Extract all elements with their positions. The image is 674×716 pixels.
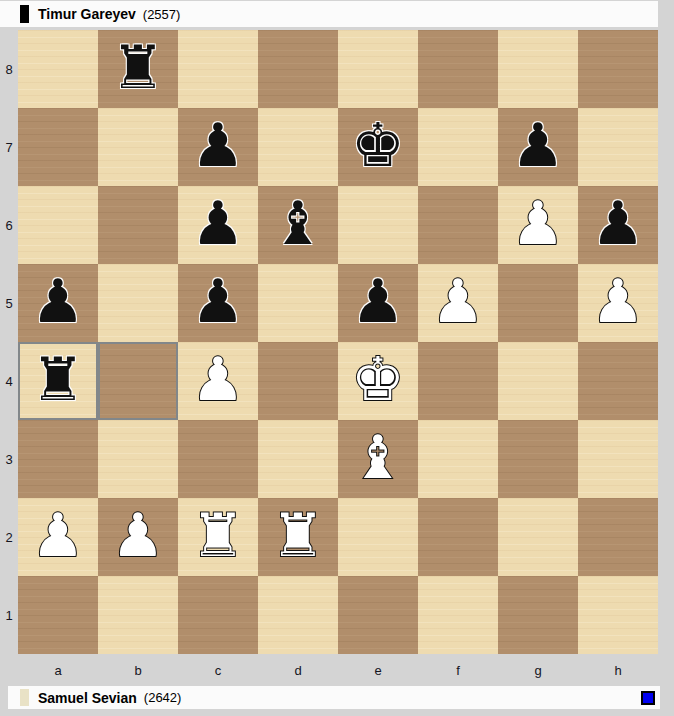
square-e1[interactable] xyxy=(338,576,418,654)
square-h7[interactable] xyxy=(578,108,658,186)
move-indicator xyxy=(641,691,655,705)
square-h2[interactable] xyxy=(578,498,658,576)
square-a5[interactable]: ♟ xyxy=(18,264,98,342)
file-label-a: a xyxy=(18,654,98,686)
rank-label-6: 6 xyxy=(0,186,18,264)
rank-labels: 87654321 xyxy=(0,30,18,654)
file-label-g: g xyxy=(498,654,578,686)
file-label-b: b xyxy=(98,654,178,686)
rank-label-8: 8 xyxy=(0,30,18,108)
square-g4[interactable] xyxy=(498,342,578,420)
square-b4[interactable] xyxy=(98,342,178,420)
white-king-icon: ♚ xyxy=(351,349,405,409)
square-d8[interactable] xyxy=(258,30,338,108)
square-g3[interactable] xyxy=(498,420,578,498)
file-label-e: e xyxy=(338,654,418,686)
square-g2[interactable] xyxy=(498,498,578,576)
square-f4[interactable] xyxy=(418,342,498,420)
square-h4[interactable] xyxy=(578,342,658,420)
square-b1[interactable] xyxy=(98,576,178,654)
white-pawn-icon: ♟ xyxy=(111,505,165,565)
square-e2[interactable] xyxy=(338,498,418,576)
file-label-c: c xyxy=(178,654,258,686)
bottom-player-bar: Samuel Sevian (2642) xyxy=(8,686,660,709)
square-c4[interactable]: ♟ xyxy=(178,342,258,420)
square-f5[interactable]: ♟ xyxy=(418,264,498,342)
black-rook-icon: ♜ xyxy=(31,349,85,409)
square-c3[interactable] xyxy=(178,420,258,498)
file-label-f: f xyxy=(418,654,498,686)
black-pawn-icon: ♟ xyxy=(191,271,245,331)
square-e8[interactable] xyxy=(338,30,418,108)
top-player-rating: (2557) xyxy=(143,7,181,22)
bottom-player-name: Samuel Sevian xyxy=(38,690,137,706)
black-side-icon xyxy=(20,5,29,23)
square-c1[interactable] xyxy=(178,576,258,654)
white-side-icon xyxy=(20,689,29,706)
square-b7[interactable] xyxy=(98,108,178,186)
black-pawn-icon: ♟ xyxy=(511,115,565,175)
white-pawn-icon: ♟ xyxy=(591,271,645,331)
rank-label-7: 7 xyxy=(0,108,18,186)
rank-label-4: 4 xyxy=(0,342,18,420)
square-d6[interactable]: ♝ xyxy=(258,186,338,264)
black-king-icon: ♚ xyxy=(351,115,405,175)
black-bishop-icon: ♝ xyxy=(271,193,325,253)
square-d3[interactable] xyxy=(258,420,338,498)
file-labels: abcdefgh xyxy=(18,654,658,686)
square-c6[interactable]: ♟ xyxy=(178,186,258,264)
square-c5[interactable]: ♟ xyxy=(178,264,258,342)
square-c8[interactable] xyxy=(178,30,258,108)
bottom-player-rating: (2642) xyxy=(144,690,182,705)
square-a2[interactable]: ♟ xyxy=(18,498,98,576)
square-h5[interactable]: ♟ xyxy=(578,264,658,342)
square-b8[interactable]: ♜ xyxy=(98,30,178,108)
square-h8[interactable] xyxy=(578,30,658,108)
square-g7[interactable]: ♟ xyxy=(498,108,578,186)
square-d4[interactable] xyxy=(258,342,338,420)
square-g8[interactable] xyxy=(498,30,578,108)
black-pawn-icon: ♟ xyxy=(191,193,245,253)
square-d7[interactable] xyxy=(258,108,338,186)
square-f3[interactable] xyxy=(418,420,498,498)
white-bishop-icon: ♝ xyxy=(351,427,405,487)
square-e6[interactable] xyxy=(338,186,418,264)
file-label-h: h xyxy=(578,654,658,686)
square-e5[interactable]: ♟ xyxy=(338,264,418,342)
square-c2[interactable]: ♜ xyxy=(178,498,258,576)
rank-label-1: 1 xyxy=(0,576,18,654)
black-pawn-icon: ♟ xyxy=(351,271,405,331)
square-h3[interactable] xyxy=(578,420,658,498)
square-b6[interactable] xyxy=(98,186,178,264)
square-c7[interactable]: ♟ xyxy=(178,108,258,186)
square-e7[interactable]: ♚ xyxy=(338,108,418,186)
file-label-d: d xyxy=(258,654,338,686)
square-f2[interactable] xyxy=(418,498,498,576)
square-f8[interactable] xyxy=(418,30,498,108)
square-e4[interactable]: ♚ xyxy=(338,342,418,420)
square-f7[interactable] xyxy=(418,108,498,186)
square-a1[interactable] xyxy=(18,576,98,654)
white-rook-icon: ♜ xyxy=(191,505,245,565)
square-a7[interactable] xyxy=(18,108,98,186)
square-g6[interactable]: ♟ xyxy=(498,186,578,264)
square-a6[interactable] xyxy=(18,186,98,264)
square-a3[interactable] xyxy=(18,420,98,498)
rank-label-2: 2 xyxy=(0,498,18,576)
top-player-name: Timur Gareyev xyxy=(38,6,136,22)
black-pawn-icon: ♟ xyxy=(31,271,85,331)
white-pawn-icon: ♟ xyxy=(191,349,245,409)
square-f6[interactable] xyxy=(418,186,498,264)
white-pawn-icon: ♟ xyxy=(31,505,85,565)
rank-label-5: 5 xyxy=(0,264,18,342)
top-player-bar: Timur Gareyev (2557) xyxy=(0,1,658,27)
square-d5[interactable] xyxy=(258,264,338,342)
white-rook-icon: ♜ xyxy=(271,505,325,565)
black-rook-icon: ♜ xyxy=(111,37,165,97)
square-a8[interactable] xyxy=(18,30,98,108)
square-h1[interactable] xyxy=(578,576,658,654)
square-g5[interactable] xyxy=(498,264,578,342)
square-h6[interactable]: ♟ xyxy=(578,186,658,264)
square-f1[interactable] xyxy=(418,576,498,654)
white-pawn-icon: ♟ xyxy=(431,271,485,331)
square-e3[interactable]: ♝ xyxy=(338,420,418,498)
square-d1[interactable] xyxy=(258,576,338,654)
square-b5[interactable] xyxy=(98,264,178,342)
chess-board: ♜♟♚♟♟♝♟♟♟♟♟♟♟♜♟♚♝♟♟♜♜ xyxy=(18,30,658,654)
white-pawn-icon: ♟ xyxy=(511,193,565,253)
square-g1[interactable] xyxy=(498,576,578,654)
square-d2[interactable]: ♜ xyxy=(258,498,338,576)
square-a4[interactable]: ♜ xyxy=(18,342,98,420)
rank-label-3: 3 xyxy=(0,420,18,498)
black-pawn-icon: ♟ xyxy=(591,193,645,253)
square-b2[interactable]: ♟ xyxy=(98,498,178,576)
chess-app-window: Timur Gareyev (2557) 87654321 ♜♟♚♟♟♝♟♟♟♟… xyxy=(0,0,674,716)
square-b3[interactable] xyxy=(98,420,178,498)
black-pawn-icon: ♟ xyxy=(191,115,245,175)
